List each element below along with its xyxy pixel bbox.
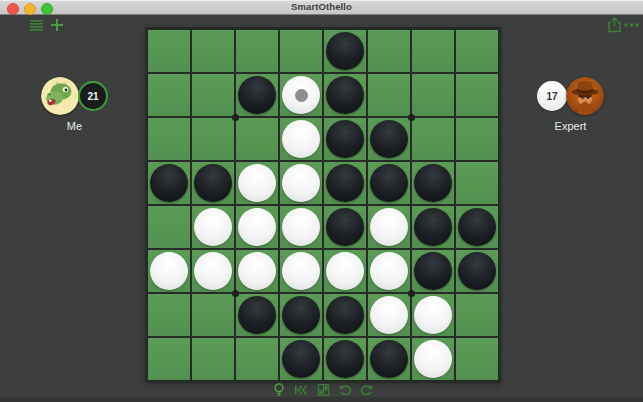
board-cell-d3[interactable] xyxy=(280,118,322,160)
dragon-avatar-icon xyxy=(41,77,79,115)
board-cell-g1[interactable] xyxy=(412,30,454,72)
lightbulb-icon xyxy=(274,383,285,397)
white-disc xyxy=(282,120,320,158)
white-disc xyxy=(194,252,232,290)
board-cell-f6[interactable] xyxy=(368,250,410,292)
board-cell-e2[interactable] xyxy=(324,74,366,116)
board-cell-h6[interactable] xyxy=(456,250,498,292)
detective-avatar-icon xyxy=(566,77,604,115)
go-to-start-button[interactable] xyxy=(294,383,309,397)
menu-button[interactable] xyxy=(29,19,43,31)
board-cell-b6[interactable] xyxy=(192,250,234,292)
board-cell-e3[interactable] xyxy=(324,118,366,160)
board-cell-e1[interactable] xyxy=(324,30,366,72)
board-cell-b1[interactable] xyxy=(192,30,234,72)
board-cell-f4[interactable] xyxy=(368,162,410,204)
avatar-me[interactable] xyxy=(41,77,79,115)
hamburger-icon xyxy=(30,20,43,31)
board-cell-e8[interactable] xyxy=(324,338,366,380)
skip-to-start-icon xyxy=(295,385,308,395)
black-disc xyxy=(370,120,408,158)
player-panel-expert: 17 xyxy=(537,77,604,132)
board-cell-g7[interactable] xyxy=(412,294,454,336)
board-cell-d6[interactable] xyxy=(280,250,322,292)
black-disc xyxy=(414,208,452,246)
undo-button[interactable] xyxy=(338,383,353,397)
white-disc xyxy=(238,252,276,290)
board-cell-c3[interactable] xyxy=(236,118,278,160)
black-disc xyxy=(414,252,452,290)
board-cell-h4[interactable] xyxy=(456,162,498,204)
othello-board xyxy=(145,27,501,383)
redo-button[interactable] xyxy=(360,383,375,397)
board-cell-c4[interactable] xyxy=(236,162,278,204)
window-bottom-edge xyxy=(0,397,643,402)
black-disc xyxy=(326,76,364,114)
board-cell-a4[interactable] xyxy=(148,162,190,204)
board-cell-d1[interactable] xyxy=(280,30,322,72)
board-cell-b3[interactable] xyxy=(192,118,234,160)
share-icon xyxy=(608,17,621,33)
board-cell-b4[interactable] xyxy=(192,162,234,204)
board-cell-a7[interactable] xyxy=(148,294,190,336)
app-window: SmartOthello xyxy=(0,0,643,402)
board-grid-icon xyxy=(317,384,329,396)
black-disc xyxy=(282,296,320,334)
black-disc xyxy=(238,296,276,334)
avatar-expert[interactable] xyxy=(566,77,604,115)
board-cell-a6[interactable] xyxy=(148,250,190,292)
board-cell-c2[interactable] xyxy=(236,74,278,116)
player-panel-me: 21 Me xyxy=(41,77,108,132)
white-disc xyxy=(238,208,276,246)
board-cell-g2[interactable] xyxy=(412,74,454,116)
board-cell-d7[interactable] xyxy=(280,294,322,336)
board-cell-f5[interactable] xyxy=(368,206,410,248)
white-disc xyxy=(370,252,408,290)
star-point xyxy=(232,290,239,297)
board-cell-h2[interactable] xyxy=(456,74,498,116)
board-cell-d2[interactable] xyxy=(280,74,322,116)
plus-icon xyxy=(51,19,63,31)
board-cell-c8[interactable] xyxy=(236,338,278,380)
board-cell-c1[interactable] xyxy=(236,30,278,72)
board-cell-c7[interactable] xyxy=(236,294,278,336)
new-game-button[interactable] xyxy=(50,18,64,32)
white-disc xyxy=(414,340,452,378)
board-grid xyxy=(148,30,498,380)
black-disc xyxy=(370,340,408,378)
board-cell-h7[interactable] xyxy=(456,294,498,336)
last-move-marker xyxy=(295,89,308,102)
more-button[interactable] xyxy=(623,21,639,29)
board-cell-f8[interactable] xyxy=(368,338,410,380)
board-cell-d8[interactable] xyxy=(280,338,322,380)
window-title: SmartOthello xyxy=(0,0,643,14)
board-cell-h8[interactable] xyxy=(456,338,498,380)
white-disc xyxy=(282,164,320,202)
score-expert: 17 xyxy=(546,91,557,102)
board-cell-g4[interactable] xyxy=(412,162,454,204)
board-cell-c6[interactable] xyxy=(236,250,278,292)
black-disc xyxy=(326,164,364,202)
score-badge-me: 21 xyxy=(78,81,108,111)
board-review-button[interactable] xyxy=(316,383,331,397)
white-disc xyxy=(326,252,364,290)
board-cell-a1[interactable] xyxy=(148,30,190,72)
white-disc xyxy=(370,208,408,246)
board-cell-g3[interactable] xyxy=(412,118,454,160)
star-point xyxy=(408,290,415,297)
board-cell-e7[interactable] xyxy=(324,294,366,336)
redo-arrow-icon xyxy=(361,384,374,395)
white-disc xyxy=(282,208,320,246)
board-cell-b2[interactable] xyxy=(192,74,234,116)
board-cell-e5[interactable] xyxy=(324,206,366,248)
board-cell-f7[interactable] xyxy=(368,294,410,336)
black-disc xyxy=(326,208,364,246)
black-disc xyxy=(458,252,496,290)
board-cell-g6[interactable] xyxy=(412,250,454,292)
board-cell-g5[interactable] xyxy=(412,206,454,248)
white-disc xyxy=(194,208,232,246)
board-cell-f3[interactable] xyxy=(368,118,410,160)
black-disc xyxy=(326,32,364,70)
black-disc xyxy=(150,164,188,202)
undo-arrow-icon xyxy=(339,384,352,395)
white-disc xyxy=(282,252,320,290)
board-cell-b5[interactable] xyxy=(192,206,234,248)
ellipsis-icon xyxy=(624,23,639,27)
board-cell-f2[interactable] xyxy=(368,74,410,116)
black-disc xyxy=(370,164,408,202)
board-cell-h5[interactable] xyxy=(456,206,498,248)
hint-button[interactable] xyxy=(272,383,287,397)
board-cell-a3[interactable] xyxy=(148,118,190,160)
white-disc xyxy=(282,76,320,114)
white-disc xyxy=(150,252,188,290)
black-disc xyxy=(326,296,364,334)
score-badge-expert: 17 xyxy=(537,81,567,111)
board-cell-a2[interactable] xyxy=(148,74,190,116)
black-disc xyxy=(326,120,364,158)
titlebar: SmartOthello xyxy=(0,0,643,15)
board-cell-c5[interactable] xyxy=(236,206,278,248)
black-disc xyxy=(238,76,276,114)
board-cell-d5[interactable] xyxy=(280,206,322,248)
black-disc xyxy=(458,208,496,246)
black-disc xyxy=(282,340,320,378)
board-cell-e6[interactable] xyxy=(324,250,366,292)
share-button[interactable] xyxy=(607,16,621,33)
white-disc xyxy=(238,164,276,202)
board-cell-b7[interactable] xyxy=(192,294,234,336)
black-disc xyxy=(194,164,232,202)
board-cell-g8[interactable] xyxy=(412,338,454,380)
player-label-expert: Expert xyxy=(555,120,587,132)
player-label-me: Me xyxy=(67,120,82,132)
board-cell-a8[interactable] xyxy=(148,338,190,380)
star-point xyxy=(408,114,415,121)
board-cell-e4[interactable] xyxy=(324,162,366,204)
score-me: 21 xyxy=(87,91,98,102)
board-cell-d4[interactable] xyxy=(280,162,322,204)
white-disc xyxy=(414,296,452,334)
bottom-toolbar xyxy=(272,383,375,396)
black-disc xyxy=(326,340,364,378)
board-cell-b8[interactable] xyxy=(192,338,234,380)
board-cell-a5[interactable] xyxy=(148,206,190,248)
black-disc xyxy=(414,164,452,202)
board-cell-f1[interactable] xyxy=(368,30,410,72)
board-cell-h1[interactable] xyxy=(456,30,498,72)
white-disc xyxy=(370,296,408,334)
board-cell-h3[interactable] xyxy=(456,118,498,160)
star-point xyxy=(232,114,239,121)
